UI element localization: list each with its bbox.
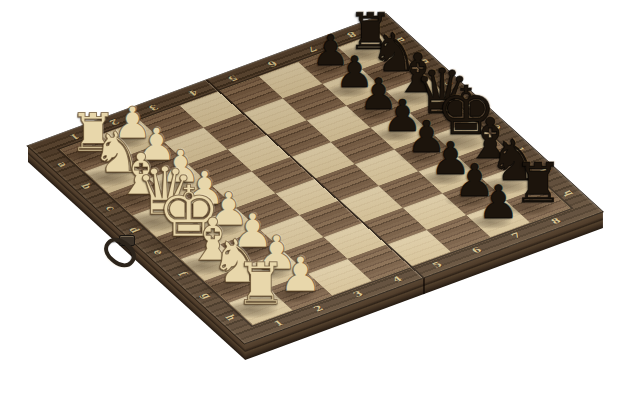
pieces-layer: ♜♞♝♛♚♝♞♜♟♟♟♟♟♟♟♟♟♟♟♟♟♟♟♟♜♞♝♛♚♝♞♜ <box>0 0 620 398</box>
black-pawn-h7[interactable]: ♟ <box>478 179 519 225</box>
black-rook-h8[interactable]: ♜ <box>513 156 562 211</box>
chess-set-scene: aa11bb22cc33dd44ee55ff66gg77hh88 ♜♞♝♛♚♝♞… <box>0 0 620 398</box>
clasp-latch[interactable] <box>101 233 145 267</box>
white-rook-h1[interactable]: ♜ <box>235 255 287 313</box>
